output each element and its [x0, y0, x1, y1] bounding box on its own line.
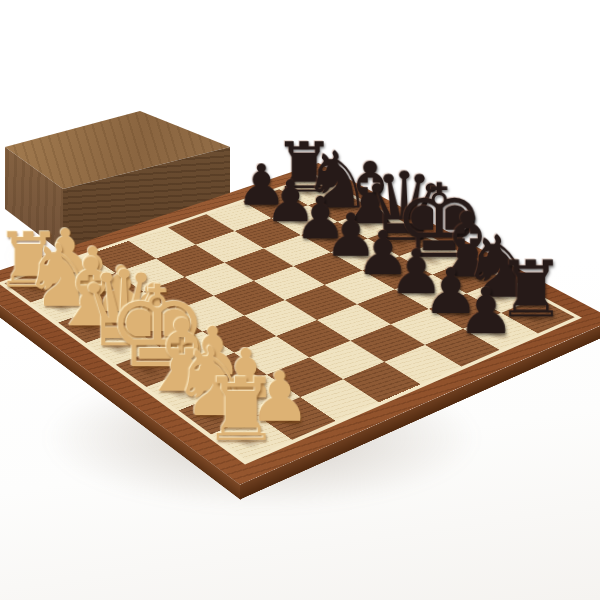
piece-shadow [507, 304, 561, 331]
piece-shadow [469, 319, 524, 347]
board-scene: ♜♞♝♛♚♝♞♜♟♟♟♟♟♟♟♟♟♟♟♟♟♟♟♟♜♞♝♛♚♝♞♜ [0, 0, 600, 600]
square-c1[interactable]: ♝ [58, 307, 130, 343]
board-squares: ♜♞♝♛♚♝♞♜♟♟♟♟♟♟♟♟♟♟♟♟♟♟♟♟♜♞♝♛♚♝♞♜ [4, 177, 574, 460]
maple-inlay-line: ♜♞♝♛♚♝♞♜♟♟♟♟♟♟♟♟♟♟♟♟♟♟♟♟♜♞♝♛♚♝♞♜ [0, 175, 582, 465]
piece-shadow [166, 338, 219, 367]
square-h8[interactable]: ♜ [501, 298, 574, 334]
piece-shadow [263, 404, 320, 437]
piece-shadow [136, 317, 188, 345]
board-frame: ♜♞♝♛♚♝♞♜♟♟♟♟♟♟♟♟♟♟♟♟♟♟♟♟♜♞♝♛♚♝♞♜ [0, 163, 600, 485]
square-c3[interactable] [144, 277, 214, 311]
square-a2[interactable]: ♟ [47, 255, 116, 288]
black-knight: ♞ [460, 231, 511, 302]
photo-stage: ♜♞♝♛♚♝♞♜♟♟♟♟♟♟♟♟♟♟♟♟♟♟♟♟♜♞♝♛♚♝♞♜ [0, 0, 600, 600]
piece-shadow [217, 423, 275, 457]
piece-shadow [52, 260, 100, 285]
chessboard: ♜♞♝♛♚♝♞♜♟♟♟♟♟♟♟♟♟♟♟♟♟♟♟♟♜♞♝♛♚♝♞♜ [0, 163, 600, 485]
